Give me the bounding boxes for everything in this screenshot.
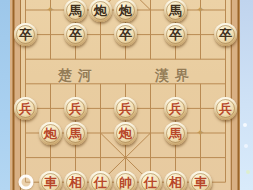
piece-glyph: 車 xyxy=(194,176,207,189)
piece-red-chariot[interactable]: 車 xyxy=(39,171,62,190)
piece-glyph: 相 xyxy=(69,176,82,189)
piece-glyph: 卒 xyxy=(19,28,32,41)
piece-glyph: 炮 xyxy=(44,127,57,140)
piece-glyph: 卒 xyxy=(69,28,82,41)
piece-glyph: 炮 xyxy=(119,4,132,17)
piece-glyph: 兵 xyxy=(219,102,232,115)
piece-black-soldier[interactable]: 卒 xyxy=(164,23,187,46)
piece-black-soldier[interactable]: 卒 xyxy=(214,23,237,46)
piece-black-soldier[interactable]: 卒 xyxy=(64,23,87,46)
piece-red-horse[interactable]: 馬 xyxy=(64,122,87,145)
river-label-left: 楚河 xyxy=(58,67,98,85)
piece-black-soldier[interactable]: 卒 xyxy=(114,23,137,46)
piece-glyph: 卒 xyxy=(169,28,182,41)
sparkle-dot xyxy=(244,144,248,148)
piece-glyph: 相 xyxy=(169,176,182,189)
piece-black-soldier[interactable]: 卒 xyxy=(14,23,37,46)
piece-glyph: 炮 xyxy=(94,4,107,17)
piece-glyph: 兵 xyxy=(19,102,32,115)
piece-glyph: 帥 xyxy=(119,176,132,189)
piece-black-horse[interactable]: 馬 xyxy=(164,0,187,22)
xiangqi-game-screen: 楚河 漢界 ✦✦✦ 馬炮炮馬卒卒卒卒卒兵兵兵兵兵炮馬炮馬車相仕帥仕相車 xyxy=(0,0,253,190)
piece-red-soldier[interactable]: 兵 xyxy=(114,97,137,120)
point-mark-icon: ✦ xyxy=(196,128,204,138)
piece-red-king[interactable]: 帥 xyxy=(114,171,137,190)
piece-black-cannon[interactable]: 炮 xyxy=(114,0,137,22)
piece-glyph: 馬 xyxy=(69,4,82,17)
piece-red-advisor[interactable]: 仕 xyxy=(139,171,162,190)
last-move-from-marker xyxy=(18,175,33,190)
piece-glyph: 馬 xyxy=(69,127,82,140)
piece-glyph: 卒 xyxy=(219,28,232,41)
piece-glyph: 兵 xyxy=(169,102,182,115)
piece-glyph: 仕 xyxy=(144,176,157,189)
point-mark-icon: ✦ xyxy=(46,5,54,15)
river-label-right: 漢界 xyxy=(155,67,195,85)
piece-red-soldier[interactable]: 兵 xyxy=(64,97,87,120)
piece-glyph: 卒 xyxy=(119,28,132,41)
piece-black-horse[interactable]: 馬 xyxy=(64,0,87,22)
piece-red-soldier[interactable]: 兵 xyxy=(214,97,237,120)
piece-red-cannon[interactable]: 炮 xyxy=(39,122,62,145)
point-mark-icon: ✦ xyxy=(196,5,204,15)
piece-red-elephant[interactable]: 相 xyxy=(64,171,87,190)
background-right-panel xyxy=(240,0,253,190)
piece-glyph: 仕 xyxy=(94,176,107,189)
piece-glyph: 馬 xyxy=(169,127,182,140)
sparkle-dot xyxy=(243,123,247,127)
piece-red-soldier[interactable]: 兵 xyxy=(164,97,187,120)
piece-black-cannon[interactable]: 炮 xyxy=(89,0,112,22)
piece-red-cannon[interactable]: 炮 xyxy=(114,122,137,145)
piece-red-horse[interactable]: 馬 xyxy=(164,122,187,145)
piece-glyph: 兵 xyxy=(119,102,132,115)
piece-glyph: 馬 xyxy=(169,4,182,17)
piece-red-elephant[interactable]: 相 xyxy=(164,171,187,190)
piece-glyph: 炮 xyxy=(119,127,132,140)
background-left-panel xyxy=(0,0,10,190)
piece-glyph: 兵 xyxy=(69,102,82,115)
sparkle-dot xyxy=(246,170,250,174)
piece-red-soldier[interactable]: 兵 xyxy=(14,97,37,120)
piece-red-chariot[interactable]: 車 xyxy=(189,171,212,190)
piece-red-advisor[interactable]: 仕 xyxy=(89,171,112,190)
piece-glyph: 車 xyxy=(44,176,57,189)
